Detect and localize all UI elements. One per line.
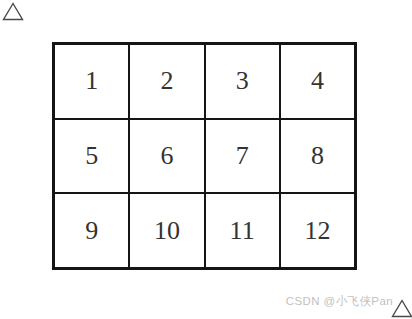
cell-number: 12: [304, 218, 330, 244]
grid-cell-r1c1: 1: [55, 45, 128, 118]
cell-number: 2: [160, 68, 173, 94]
grid-cell-r1c2: 2: [130, 45, 203, 118]
grid-cell-r3c3: 11: [206, 194, 279, 267]
cell-number: 5: [85, 143, 98, 169]
grid-cell-r1c4: 4: [281, 45, 354, 118]
cell-number: 10: [154, 218, 180, 244]
watermark-text: CSDN @小飞侠Pan: [286, 294, 393, 309]
cell-number: 1: [85, 68, 98, 94]
cell-number: 9: [85, 218, 98, 244]
cell-number: 7: [236, 143, 249, 169]
grid-cell-r2c1: 5: [55, 120, 128, 193]
cell-number: 6: [160, 143, 173, 169]
triangle-icon-top-left: [2, 2, 24, 21]
diagram-canvas: 123456789101112 CSDN @小飞侠Pan: [0, 0, 412, 319]
cell-number: 3: [236, 68, 249, 94]
grid-cell-r2c3: 7: [206, 120, 279, 193]
grid-cell-r2c2: 6: [130, 120, 203, 193]
grid-cell-r3c1: 9: [55, 194, 128, 267]
grid-cell-r1c3: 3: [206, 45, 279, 118]
cell-number: 8: [311, 143, 324, 169]
cell-number: 11: [230, 218, 255, 244]
grid-cell-r3c4: 12: [281, 194, 354, 267]
triangle-icon-bottom-right: [391, 299, 412, 318]
cell-number: 4: [311, 68, 324, 94]
grid-cell-r3c2: 10: [130, 194, 203, 267]
grid-cell-r2c4: 8: [281, 120, 354, 193]
number-grid: 123456789101112: [52, 42, 357, 270]
